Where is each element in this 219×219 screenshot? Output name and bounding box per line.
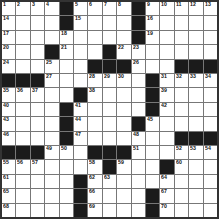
cell-number: 45 bbox=[147, 117, 153, 122]
cell-number: 63 bbox=[104, 175, 110, 180]
cell-r9-c9[interactable]: 48 bbox=[132, 132, 145, 145]
cell-number: 32 bbox=[176, 74, 182, 79]
black-cell bbox=[132, 16, 145, 29]
cell-r6-c0[interactable]: 35 bbox=[2, 88, 15, 101]
cell-r8-c6[interactable] bbox=[88, 117, 101, 130]
cell-r12-c10[interactable] bbox=[146, 175, 159, 188]
black-cell bbox=[2, 74, 15, 87]
cell-r8-c10[interactable]: 45 bbox=[146, 117, 159, 130]
cell-r2-c2[interactable] bbox=[31, 31, 44, 44]
cell-number: 8 bbox=[118, 2, 121, 7]
cell-r4-c5[interactable] bbox=[74, 60, 87, 73]
cell-r11-c13[interactable] bbox=[189, 160, 202, 173]
cell-r7-c2[interactable] bbox=[31, 103, 44, 116]
cell-number: 54 bbox=[205, 146, 211, 151]
cell-r8-c7[interactable] bbox=[103, 117, 116, 130]
cell-r7-c12[interactable] bbox=[175, 103, 188, 116]
cell-r12-c14[interactable] bbox=[204, 175, 217, 188]
black-cell bbox=[31, 74, 44, 87]
cell-r11-c8[interactable]: 59 bbox=[117, 160, 130, 173]
cell-r10-c9[interactable]: 51 bbox=[132, 146, 145, 159]
cell-r7-c9[interactable] bbox=[132, 103, 145, 116]
cell-r9-c11[interactable] bbox=[160, 132, 173, 145]
cell-number: 49 bbox=[46, 146, 52, 151]
cell-number: 60 bbox=[176, 160, 182, 165]
cell-r5-c9[interactable] bbox=[132, 74, 145, 87]
cell-r1-c8[interactable] bbox=[117, 16, 130, 29]
crossword-puzzle: 1234567891011121314151617181920212223242… bbox=[0, 0, 219, 219]
cell-r3-c5[interactable] bbox=[74, 45, 87, 58]
cell-r4-c0[interactable]: 24 bbox=[2, 60, 15, 73]
cell-r11-c9[interactable] bbox=[132, 160, 145, 173]
cell-number: 62 bbox=[89, 175, 95, 180]
cell-r14-c4[interactable] bbox=[60, 204, 73, 217]
cell-r4-c3[interactable]: 25 bbox=[45, 60, 58, 73]
cell-r7-c3[interactable] bbox=[45, 103, 58, 116]
cell-r14-c2[interactable] bbox=[31, 204, 44, 217]
cell-r5-c6[interactable]: 28 bbox=[88, 74, 101, 87]
cell-number: 20 bbox=[3, 45, 9, 50]
cell-number: 5 bbox=[75, 2, 78, 7]
cell-number: 15 bbox=[75, 16, 81, 21]
cell-r0-c8[interactable]: 8 bbox=[117, 2, 130, 15]
cell-r2-c7[interactable] bbox=[103, 31, 116, 44]
cell-r2-c11[interactable] bbox=[160, 31, 173, 44]
black-cell bbox=[132, 117, 145, 130]
cell-r4-c1[interactable] bbox=[16, 60, 29, 73]
cell-r5-c8[interactable]: 30 bbox=[117, 74, 130, 87]
cell-number: 52 bbox=[176, 146, 182, 151]
cell-number: 46 bbox=[3, 132, 9, 137]
black-cell bbox=[60, 117, 73, 130]
cell-number: 39 bbox=[161, 88, 167, 93]
black-cell bbox=[16, 146, 29, 159]
black-cell bbox=[74, 189, 87, 202]
cell-r3-c10[interactable] bbox=[146, 45, 159, 58]
cell-number: 3 bbox=[32, 2, 35, 7]
cell-r8-c0[interactable]: 43 bbox=[2, 117, 15, 130]
cell-number: 35 bbox=[3, 88, 9, 93]
cell-r2-c0[interactable]: 17 bbox=[2, 31, 15, 44]
cell-r12-c0[interactable]: 61 bbox=[2, 175, 15, 188]
black-cell bbox=[146, 103, 159, 116]
cell-r5-c11[interactable]: 31 bbox=[160, 74, 173, 87]
cell-r2-c12[interactable] bbox=[175, 31, 188, 44]
cell-r9-c3[interactable] bbox=[45, 132, 58, 145]
cell-number: 56 bbox=[17, 160, 23, 165]
black-cell bbox=[204, 60, 217, 73]
cell-number: 27 bbox=[46, 74, 52, 79]
cell-number: 66 bbox=[89, 189, 95, 194]
black-cell bbox=[60, 2, 73, 15]
cell-r13-c1[interactable] bbox=[16, 189, 29, 202]
cell-number: 65 bbox=[3, 189, 9, 194]
black-cell bbox=[60, 132, 73, 145]
cell-r0-c13[interactable]: 12 bbox=[189, 2, 202, 15]
cell-r10-c3[interactable]: 49 bbox=[45, 146, 58, 159]
black-cell bbox=[146, 204, 159, 217]
cell-r10-c5[interactable] bbox=[74, 146, 87, 159]
cell-number: 6 bbox=[89, 2, 92, 7]
cell-r3-c13[interactable] bbox=[189, 45, 202, 58]
cell-number: 34 bbox=[205, 74, 211, 79]
cell-r9-c8[interactable] bbox=[117, 132, 130, 145]
cell-r0-c11[interactable]: 10 bbox=[160, 2, 173, 15]
cell-r12-c4[interactable] bbox=[60, 175, 73, 188]
cell-number: 59 bbox=[118, 160, 124, 165]
cell-r3-c12[interactable] bbox=[175, 45, 188, 58]
cell-number: 7 bbox=[104, 2, 107, 7]
cell-r5-c13[interactable]: 33 bbox=[189, 74, 202, 87]
cell-r12-c3[interactable] bbox=[45, 175, 58, 188]
cell-r5-c12[interactable]: 32 bbox=[175, 74, 188, 87]
cell-r12-c13[interactable] bbox=[189, 175, 202, 188]
cell-r3-c2[interactable] bbox=[31, 45, 44, 58]
cell-r12-c9[interactable] bbox=[132, 175, 145, 188]
black-cell bbox=[60, 16, 73, 29]
cell-number: 44 bbox=[75, 117, 81, 122]
cell-r12-c7[interactable]: 63 bbox=[103, 175, 116, 188]
black-cell bbox=[88, 60, 101, 73]
cell-number: 51 bbox=[133, 146, 139, 151]
cell-number: 50 bbox=[61, 146, 67, 151]
cell-number: 70 bbox=[161, 204, 167, 209]
cell-r6-c14[interactable] bbox=[204, 88, 217, 101]
cell-r8-c11[interactable] bbox=[160, 117, 173, 130]
cell-r3-c8[interactable]: 22 bbox=[117, 45, 130, 58]
cell-r14-c14[interactable] bbox=[204, 204, 217, 217]
black-cell bbox=[74, 175, 87, 188]
cell-r14-c12[interactable] bbox=[175, 204, 188, 217]
cell-r9-c1[interactable] bbox=[16, 132, 29, 145]
black-cell bbox=[160, 160, 173, 173]
cell-r0-c12[interactable]: 11 bbox=[175, 2, 188, 15]
cell-r0-c5[interactable]: 5 bbox=[74, 2, 87, 15]
cell-number: 19 bbox=[147, 31, 153, 36]
black-cell bbox=[103, 60, 116, 73]
cell-r13-c11[interactable]: 67 bbox=[160, 189, 173, 202]
black-cell bbox=[146, 189, 159, 202]
black-cell bbox=[103, 45, 116, 58]
cell-r11-c0[interactable]: 55 bbox=[2, 160, 15, 173]
cell-r14-c13[interactable] bbox=[189, 204, 202, 217]
cell-r3-c14[interactable] bbox=[204, 45, 217, 58]
cell-number: 22 bbox=[118, 45, 124, 50]
cell-number: 24 bbox=[3, 60, 9, 65]
cell-r6-c9[interactable] bbox=[132, 88, 145, 101]
cell-r7-c13[interactable] bbox=[189, 103, 202, 116]
cell-r3-c9[interactable]: 23 bbox=[132, 45, 145, 58]
cell-r0-c10[interactable]: 9 bbox=[146, 2, 159, 15]
cell-r5-c3[interactable]: 27 bbox=[45, 74, 58, 87]
cell-r7-c11[interactable]: 42 bbox=[160, 103, 173, 116]
cell-r7-c0[interactable]: 40 bbox=[2, 103, 15, 116]
cell-number: 64 bbox=[161, 175, 167, 180]
cell-r2-c13[interactable] bbox=[189, 31, 202, 44]
cell-r6-c11[interactable]: 39 bbox=[160, 88, 173, 101]
cell-r1-c0[interactable]: 14 bbox=[2, 16, 15, 29]
cell-r13-c14[interactable] bbox=[204, 189, 217, 202]
cell-r14-c7[interactable] bbox=[103, 204, 116, 217]
black-cell bbox=[175, 60, 188, 73]
cell-r8-c1[interactable] bbox=[16, 117, 29, 130]
cell-r12-c1[interactable] bbox=[16, 175, 29, 188]
cell-number: 4 bbox=[46, 2, 49, 7]
cell-r5-c7[interactable]: 29 bbox=[103, 74, 116, 87]
cell-r14-c9[interactable] bbox=[132, 204, 145, 217]
black-cell bbox=[2, 146, 15, 159]
cell-r4-c2[interactable] bbox=[31, 60, 44, 73]
cell-r4-c4[interactable] bbox=[60, 60, 73, 73]
cell-r3-c6[interactable] bbox=[88, 45, 101, 58]
cell-r6-c6[interactable]: 38 bbox=[88, 88, 101, 101]
black-cell bbox=[103, 146, 116, 159]
cell-r14-c8[interactable] bbox=[117, 204, 130, 217]
black-cell bbox=[16, 74, 29, 87]
cell-number: 16 bbox=[147, 16, 153, 21]
cell-r8-c2[interactable] bbox=[31, 117, 44, 130]
cell-number: 61 bbox=[3, 175, 9, 180]
cell-number: 10 bbox=[161, 2, 167, 7]
cell-r13-c9[interactable] bbox=[132, 189, 145, 202]
cell-r5-c14[interactable]: 34 bbox=[204, 74, 217, 87]
cell-r3-c1[interactable] bbox=[16, 45, 29, 58]
cell-r0-c3[interactable]: 4 bbox=[45, 2, 58, 15]
cell-number: 58 bbox=[89, 160, 95, 165]
cell-number: 48 bbox=[133, 132, 139, 137]
cell-r2-c4[interactable]: 18 bbox=[60, 31, 73, 44]
cell-r8-c8[interactable] bbox=[117, 117, 130, 130]
cell-r13-c13[interactable] bbox=[189, 189, 202, 202]
black-cell bbox=[146, 74, 159, 87]
cell-number: 25 bbox=[46, 60, 52, 65]
cell-r14-c6[interactable]: 69 bbox=[88, 204, 101, 217]
cell-r8-c14[interactable] bbox=[204, 117, 217, 130]
cell-r10-c12[interactable]: 52 bbox=[175, 146, 188, 159]
cell-number: 37 bbox=[32, 88, 38, 93]
cell-r14-c3[interactable] bbox=[45, 204, 58, 217]
cell-r12-c8[interactable] bbox=[117, 175, 130, 188]
cell-r6-c7[interactable] bbox=[103, 88, 116, 101]
cell-r8-c12[interactable] bbox=[175, 117, 188, 130]
cell-r11-c1[interactable]: 56 bbox=[16, 160, 29, 173]
cell-r1-c2[interactable] bbox=[31, 16, 44, 29]
cell-r2-c1[interactable] bbox=[16, 31, 29, 44]
black-cell bbox=[175, 132, 188, 145]
cell-r8-c3[interactable] bbox=[45, 117, 58, 130]
cell-r1-c11[interactable] bbox=[160, 16, 173, 29]
black-cell bbox=[45, 45, 58, 58]
cell-r0-c1[interactable]: 2 bbox=[16, 2, 29, 15]
cell-number: 69 bbox=[89, 204, 95, 209]
cell-number: 26 bbox=[133, 60, 139, 65]
cell-r8-c13[interactable] bbox=[189, 117, 202, 130]
black-cell bbox=[31, 146, 44, 159]
cell-r11-c14[interactable] bbox=[204, 160, 217, 173]
cell-r9-c2[interactable] bbox=[31, 132, 44, 145]
cell-r2-c6[interactable] bbox=[88, 31, 101, 44]
cell-r11-c10[interactable] bbox=[146, 160, 159, 173]
cell-r12-c6[interactable]: 62 bbox=[88, 175, 101, 188]
cell-number: 43 bbox=[3, 117, 9, 122]
cell-r12-c11[interactable]: 64 bbox=[160, 175, 173, 188]
cell-r1-c3[interactable] bbox=[45, 16, 58, 29]
cell-r3-c4[interactable]: 21 bbox=[60, 45, 73, 58]
cell-r9-c5[interactable]: 47 bbox=[74, 132, 87, 145]
cell-number: 40 bbox=[3, 103, 9, 108]
cell-number: 18 bbox=[61, 31, 67, 36]
cell-r2-c8[interactable] bbox=[117, 31, 130, 44]
black-cell bbox=[132, 31, 145, 44]
cell-r10-c14[interactable]: 54 bbox=[204, 146, 217, 159]
cell-number: 53 bbox=[190, 146, 196, 151]
cell-number: 57 bbox=[32, 160, 38, 165]
cell-r7-c5[interactable]: 41 bbox=[74, 103, 87, 116]
cell-r1-c6[interactable] bbox=[88, 16, 101, 29]
cell-r6-c8[interactable] bbox=[117, 88, 130, 101]
cell-r0-c7[interactable]: 7 bbox=[103, 2, 116, 15]
cell-number: 30 bbox=[118, 74, 124, 79]
cell-r4-c11[interactable] bbox=[160, 60, 173, 73]
cell-r12-c12[interactable] bbox=[175, 175, 188, 188]
cell-r7-c7[interactable] bbox=[103, 103, 116, 116]
cell-r6-c3[interactable] bbox=[45, 88, 58, 101]
cell-r2-c14[interactable] bbox=[204, 31, 217, 44]
cell-number: 2 bbox=[17, 2, 20, 7]
cell-r13-c2[interactable] bbox=[31, 189, 44, 202]
cell-r7-c14[interactable] bbox=[204, 103, 217, 116]
cell-number: 13 bbox=[205, 2, 211, 7]
cell-r1-c5[interactable]: 15 bbox=[74, 16, 87, 29]
cell-number: 36 bbox=[17, 88, 23, 93]
cell-r7-c6[interactable] bbox=[88, 103, 101, 116]
cell-r5-c5[interactable] bbox=[74, 74, 87, 87]
cell-r13-c6[interactable]: 66 bbox=[88, 189, 101, 202]
cell-r10-c10[interactable] bbox=[146, 146, 159, 159]
cell-r3-c0[interactable]: 20 bbox=[2, 45, 15, 58]
cell-number: 67 bbox=[161, 189, 167, 194]
cell-r9-c10[interactable] bbox=[146, 132, 159, 145]
cell-r6-c4[interactable] bbox=[60, 88, 73, 101]
cell-r2-c5[interactable] bbox=[74, 31, 87, 44]
cell-number: 28 bbox=[89, 74, 95, 79]
cell-r11-c12[interactable]: 60 bbox=[175, 160, 188, 173]
cell-r1-c7[interactable] bbox=[103, 16, 116, 29]
cell-r1-c10[interactable]: 16 bbox=[146, 16, 159, 29]
cell-r9-c7[interactable] bbox=[103, 132, 116, 145]
cell-r0-c0[interactable]: 1 bbox=[2, 2, 15, 15]
cell-r11-c4[interactable] bbox=[60, 160, 73, 173]
cell-r6-c1[interactable]: 36 bbox=[16, 88, 29, 101]
cell-r4-c10[interactable] bbox=[146, 60, 159, 73]
cell-r1-c14[interactable] bbox=[204, 16, 217, 29]
cell-number: 21 bbox=[61, 45, 67, 50]
cell-r0-c14[interactable]: 13 bbox=[204, 2, 217, 15]
cell-r13-c4[interactable] bbox=[60, 189, 73, 202]
cell-r11-c3[interactable] bbox=[45, 160, 58, 173]
cell-r5-c4[interactable] bbox=[60, 74, 73, 87]
cell-r10-c13[interactable]: 53 bbox=[189, 146, 202, 159]
cell-r13-c3[interactable] bbox=[45, 189, 58, 202]
cell-r7-c1[interactable] bbox=[16, 103, 29, 116]
cell-r2-c10[interactable]: 19 bbox=[146, 31, 159, 44]
cell-number: 29 bbox=[104, 74, 110, 79]
black-cell bbox=[60, 103, 73, 116]
cell-number: 1 bbox=[3, 2, 6, 7]
cell-r6-c12[interactable] bbox=[175, 88, 188, 101]
cell-number: 17 bbox=[3, 31, 9, 36]
cell-r14-c11[interactable]: 70 bbox=[160, 204, 173, 217]
cell-r7-c8[interactable] bbox=[117, 103, 130, 116]
cell-r11-c5[interactable] bbox=[74, 160, 87, 173]
black-cell bbox=[117, 146, 130, 159]
cell-number: 31 bbox=[161, 74, 167, 79]
cell-r1-c13[interactable] bbox=[189, 16, 202, 29]
cell-r6-c2[interactable]: 37 bbox=[31, 88, 44, 101]
black-cell bbox=[74, 88, 87, 101]
black-cell bbox=[74, 204, 87, 217]
cell-r3-c11[interactable] bbox=[160, 45, 173, 58]
cell-r12-c2[interactable] bbox=[31, 175, 44, 188]
cell-number: 47 bbox=[75, 132, 81, 137]
cell-number: 42 bbox=[161, 103, 167, 108]
cell-r8-c5[interactable]: 44 bbox=[74, 117, 87, 130]
cell-r1-c1[interactable] bbox=[16, 16, 29, 29]
cell-r4-c9[interactable]: 26 bbox=[132, 60, 145, 73]
cell-r6-c13[interactable] bbox=[189, 88, 202, 101]
cell-number: 68 bbox=[3, 204, 9, 209]
cell-number: 41 bbox=[75, 103, 81, 108]
cell-r13-c12[interactable] bbox=[175, 189, 188, 202]
black-cell bbox=[103, 160, 116, 173]
cell-r11-c2[interactable]: 57 bbox=[31, 160, 44, 173]
black-cell bbox=[204, 132, 217, 145]
cell-number: 23 bbox=[133, 45, 139, 50]
black-cell bbox=[88, 146, 101, 159]
cell-number: 38 bbox=[89, 88, 95, 93]
cell-r1-c12[interactable] bbox=[175, 16, 188, 29]
black-cell bbox=[146, 88, 159, 101]
cell-r0-c2[interactable]: 3 bbox=[31, 2, 44, 15]
cell-r13-c7[interactable] bbox=[103, 189, 116, 202]
cell-r2-c3[interactable] bbox=[45, 31, 58, 44]
crossword-grid: 1234567891011121314151617181920212223242… bbox=[0, 0, 219, 219]
black-cell bbox=[117, 60, 130, 73]
cell-number: 12 bbox=[190, 2, 196, 7]
black-cell bbox=[189, 60, 202, 73]
cell-r11-c6[interactable]: 58 bbox=[88, 160, 101, 173]
cell-r14-c0[interactable]: 68 bbox=[2, 204, 15, 217]
cell-r13-c0[interactable]: 65 bbox=[2, 189, 15, 202]
cell-number: 55 bbox=[3, 160, 9, 165]
black-cell bbox=[132, 2, 145, 15]
black-cell bbox=[189, 132, 202, 145]
cell-r9-c6[interactable] bbox=[88, 132, 101, 145]
cell-r0-c6[interactable]: 6 bbox=[88, 2, 101, 15]
cell-r10-c11[interactable] bbox=[160, 146, 173, 159]
cell-r9-c0[interactable]: 46 bbox=[2, 132, 15, 145]
cell-number: 9 bbox=[147, 2, 150, 7]
cell-r14-c1[interactable] bbox=[16, 204, 29, 217]
cell-number: 33 bbox=[190, 74, 196, 79]
cell-r13-c8[interactable] bbox=[117, 189, 130, 202]
cell-number: 11 bbox=[176, 2, 182, 7]
cell-r10-c4[interactable]: 50 bbox=[60, 146, 73, 159]
cell-number: 14 bbox=[3, 16, 9, 21]
